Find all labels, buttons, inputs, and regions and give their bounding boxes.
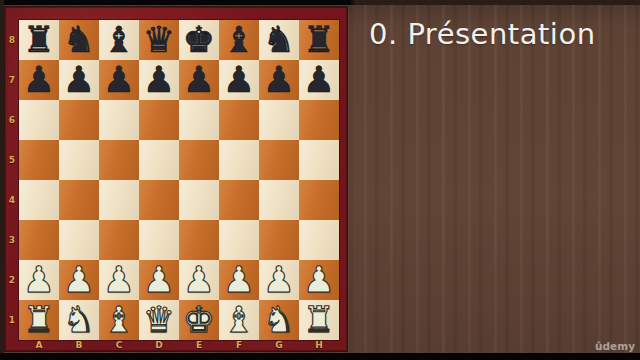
letterbox-top-bar: [0, 0, 640, 5]
square-c6: [99, 100, 139, 140]
square-d2: ♟: [139, 260, 179, 300]
square-f6: [219, 100, 259, 140]
piece-white-knight: ♞: [263, 300, 295, 340]
piece-black-pawn: ♟: [103, 60, 135, 100]
letterbox-bottom-bar: [0, 353, 640, 360]
rank-label-8: 8: [5, 20, 19, 60]
square-a8: ♜: [19, 20, 59, 60]
piece-black-bishop: ♝: [103, 20, 135, 60]
square-c4: [99, 180, 139, 220]
square-g7: ♟: [259, 60, 299, 100]
square-e7: ♟: [179, 60, 219, 100]
piece-black-rook: ♜: [23, 20, 55, 60]
square-h8: ♜: [299, 20, 339, 60]
square-b2: ♟: [59, 260, 99, 300]
piece-black-pawn: ♟: [263, 60, 295, 100]
square-e6: [179, 100, 219, 140]
square-e1: ♚: [179, 300, 219, 340]
square-a7: ♟: [19, 60, 59, 100]
square-b3: [59, 220, 99, 260]
square-g4: [259, 180, 299, 220]
piece-white-rook: ♜: [303, 300, 335, 340]
square-f3: [219, 220, 259, 260]
square-a1: ♜: [19, 300, 59, 340]
square-d8: ♛: [139, 20, 179, 60]
piece-black-queen: ♛: [143, 20, 175, 60]
square-h1: ♜: [299, 300, 339, 340]
square-h2: ♟: [299, 260, 339, 300]
square-b5: [59, 140, 99, 180]
square-b1: ♞: [59, 300, 99, 340]
square-g6: [259, 100, 299, 140]
rank-label-1: 1: [5, 300, 19, 340]
square-e8: ♚: [179, 20, 219, 60]
square-c8: ♝: [99, 20, 139, 60]
rank-labels: 87654321: [5, 20, 19, 340]
square-e4: [179, 180, 219, 220]
square-f1: ♝: [219, 300, 259, 340]
square-e3: [179, 220, 219, 260]
square-d4: [139, 180, 179, 220]
piece-white-king: ♚: [183, 300, 215, 340]
square-a4: [19, 180, 59, 220]
piece-white-pawn: ♟: [103, 260, 135, 300]
square-c1: ♝: [99, 300, 139, 340]
square-h5: [299, 140, 339, 180]
square-h4: [299, 180, 339, 220]
square-f5: [219, 140, 259, 180]
square-a6: [19, 100, 59, 140]
piece-white-pawn: ♟: [263, 260, 295, 300]
square-c3: [99, 220, 139, 260]
video-frame: { "game": "chess", "title": "0. Présenta…: [0, 0, 640, 360]
square-f2: ♟: [219, 260, 259, 300]
piece-black-pawn: ♟: [143, 60, 175, 100]
piece-black-pawn: ♟: [63, 60, 95, 100]
rank-label-4: 4: [5, 180, 19, 220]
square-a3: [19, 220, 59, 260]
piece-black-rook: ♜: [303, 20, 335, 60]
rank-label-3: 3: [5, 220, 19, 260]
square-g8: ♞: [259, 20, 299, 60]
rank-label-5: 5: [5, 140, 19, 180]
chess-board: ♜♞♝♛♚♝♞♜♟♟♟♟♟♟♟♟♟♟♟♟♟♟♟♟♜♞♝♛♚♝♞♜: [19, 20, 339, 340]
piece-white-pawn: ♟: [223, 260, 255, 300]
square-e2: ♟: [179, 260, 219, 300]
udemy-watermark: ûdemy: [595, 340, 635, 352]
square-g2: ♟: [259, 260, 299, 300]
rank-label-2: 2: [5, 260, 19, 300]
piece-white-rook: ♜: [23, 300, 55, 340]
piece-white-bishop: ♝: [103, 300, 135, 340]
square-a2: ♟: [19, 260, 59, 300]
square-d1: ♛: [139, 300, 179, 340]
rank-label-6: 6: [5, 100, 19, 140]
piece-black-king: ♚: [183, 20, 215, 60]
piece-white-pawn: ♟: [183, 260, 215, 300]
piece-white-pawn: ♟: [23, 260, 55, 300]
square-a5: [19, 140, 59, 180]
piece-black-knight: ♞: [63, 20, 95, 60]
square-d6: [139, 100, 179, 140]
piece-white-pawn: ♟: [303, 260, 335, 300]
square-g3: [259, 220, 299, 260]
square-c2: ♟: [99, 260, 139, 300]
square-b8: ♞: [59, 20, 99, 60]
square-d5: [139, 140, 179, 180]
square-h3: [299, 220, 339, 260]
rank-label-7: 7: [5, 60, 19, 100]
piece-white-knight: ♞: [63, 300, 95, 340]
square-g5: [259, 140, 299, 180]
square-h7: ♟: [299, 60, 339, 100]
square-c7: ♟: [99, 60, 139, 100]
square-d7: ♟: [139, 60, 179, 100]
piece-black-pawn: ♟: [23, 60, 55, 100]
slide-title: 0. Présentation: [369, 17, 596, 51]
piece-black-knight: ♞: [263, 20, 295, 60]
square-h6: [299, 100, 339, 140]
piece-white-pawn: ♟: [63, 260, 95, 300]
piece-black-pawn: ♟: [183, 60, 215, 100]
square-c5: [99, 140, 139, 180]
square-e5: [179, 140, 219, 180]
piece-white-pawn: ♟: [143, 260, 175, 300]
square-f8: ♝: [219, 20, 259, 60]
piece-black-pawn: ♟: [223, 60, 255, 100]
piece-black-pawn: ♟: [303, 60, 335, 100]
chess-board-frame: 87654321 ABCDEFGH ♜♞♝♛♚♝♞♜♟♟♟♟♟♟♟♟♟♟♟♟♟♟…: [4, 6, 348, 352]
square-f7: ♟: [219, 60, 259, 100]
piece-white-bishop: ♝: [223, 300, 255, 340]
square-b4: [59, 180, 99, 220]
square-b7: ♟: [59, 60, 99, 100]
square-d3: [139, 220, 179, 260]
piece-black-bishop: ♝: [223, 20, 255, 60]
square-g1: ♞: [259, 300, 299, 340]
square-f4: [219, 180, 259, 220]
piece-white-queen: ♛: [143, 300, 175, 340]
square-b6: [59, 100, 99, 140]
